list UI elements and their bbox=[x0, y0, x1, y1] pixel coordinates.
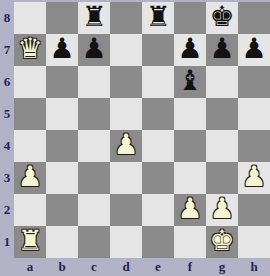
square-e2[interactable] bbox=[142, 194, 174, 226]
black-pawn: ♟ bbox=[209, 35, 234, 63]
square-f6[interactable]: ♝ bbox=[174, 66, 206, 98]
square-d2[interactable] bbox=[110, 194, 142, 226]
square-e7[interactable] bbox=[142, 34, 174, 66]
rank-label-8: 8 bbox=[0, 2, 14, 34]
square-h5[interactable] bbox=[238, 98, 270, 130]
white-pawn: ♟ bbox=[209, 195, 234, 223]
black-pawn: ♟ bbox=[241, 35, 266, 63]
square-h1[interactable] bbox=[238, 226, 270, 258]
rank-label-7: 7 bbox=[0, 34, 14, 66]
white-pawn: ♟ bbox=[113, 131, 138, 159]
square-c5[interactable] bbox=[78, 98, 110, 130]
square-d4[interactable]: ♟ bbox=[110, 130, 142, 162]
square-a3[interactable]: ♟ bbox=[14, 162, 46, 194]
square-b1[interactable] bbox=[46, 226, 78, 258]
square-g4[interactable] bbox=[206, 130, 238, 162]
file-label-f: f bbox=[174, 257, 206, 276]
rank-label-2: 2 bbox=[0, 194, 14, 226]
square-g5[interactable] bbox=[206, 98, 238, 130]
square-e5[interactable] bbox=[142, 98, 174, 130]
file-label-c: c bbox=[78, 257, 110, 276]
square-e1[interactable] bbox=[142, 226, 174, 258]
square-a2[interactable] bbox=[14, 194, 46, 226]
square-g2[interactable]: ♟ bbox=[206, 194, 238, 226]
square-f5[interactable] bbox=[174, 98, 206, 130]
square-f1[interactable] bbox=[174, 226, 206, 258]
square-e6[interactable] bbox=[142, 66, 174, 98]
square-a8[interactable] bbox=[14, 2, 46, 34]
square-f8[interactable] bbox=[174, 2, 206, 34]
rank-label-6: 6 bbox=[0, 66, 14, 98]
white-rook: ♜ bbox=[17, 227, 42, 255]
square-d8[interactable] bbox=[110, 2, 142, 34]
square-c3[interactable] bbox=[78, 162, 110, 194]
square-b2[interactable] bbox=[46, 194, 78, 226]
square-f2[interactable]: ♟ bbox=[174, 194, 206, 226]
black-pawn: ♟ bbox=[177, 35, 202, 63]
square-d5[interactable] bbox=[110, 98, 142, 130]
rank-label-3: 3 bbox=[0, 162, 14, 194]
chess-diagram: 8 7 6 5 4 3 2 1 ♜♜♚♛♟♟♟♟♟♝♟♟♟♟♟♜♚ a b c … bbox=[0, 0, 270, 276]
black-king: ♚ bbox=[209, 3, 234, 31]
black-pawn: ♟ bbox=[81, 35, 106, 63]
white-queen: ♛ bbox=[17, 35, 42, 63]
rank-label-4: 4 bbox=[0, 130, 14, 162]
square-g3[interactable] bbox=[206, 162, 238, 194]
square-h4[interactable] bbox=[238, 130, 270, 162]
rank-label-1: 1 bbox=[0, 226, 14, 258]
square-d3[interactable] bbox=[110, 162, 142, 194]
square-a6[interactable] bbox=[14, 66, 46, 98]
square-b7[interactable]: ♟ bbox=[46, 34, 78, 66]
square-c4[interactable] bbox=[78, 130, 110, 162]
file-label-e: e bbox=[142, 257, 174, 276]
white-king: ♚ bbox=[209, 227, 234, 255]
square-a4[interactable] bbox=[14, 130, 46, 162]
square-c1[interactable] bbox=[78, 226, 110, 258]
file-label-h: h bbox=[238, 257, 270, 276]
square-d6[interactable] bbox=[110, 66, 142, 98]
square-g1[interactable]: ♚ bbox=[206, 226, 238, 258]
square-b5[interactable] bbox=[46, 98, 78, 130]
file-label-b: b bbox=[46, 257, 78, 276]
rank-label-5: 5 bbox=[0, 98, 14, 130]
white-pawn: ♟ bbox=[241, 163, 266, 191]
square-a5[interactable] bbox=[14, 98, 46, 130]
square-g8[interactable]: ♚ bbox=[206, 2, 238, 34]
square-g7[interactable]: ♟ bbox=[206, 34, 238, 66]
square-h7[interactable]: ♟ bbox=[238, 34, 270, 66]
square-c7[interactable]: ♟ bbox=[78, 34, 110, 66]
square-d7[interactable] bbox=[110, 34, 142, 66]
square-f4[interactable] bbox=[174, 130, 206, 162]
file-labels: a b c d e f g h bbox=[14, 257, 270, 276]
square-c8[interactable]: ♜ bbox=[78, 2, 110, 34]
square-a7[interactable]: ♛ bbox=[14, 34, 46, 66]
square-e3[interactable] bbox=[142, 162, 174, 194]
square-h2[interactable] bbox=[238, 194, 270, 226]
square-b8[interactable] bbox=[46, 2, 78, 34]
square-g6[interactable] bbox=[206, 66, 238, 98]
square-b4[interactable] bbox=[46, 130, 78, 162]
file-label-d: d bbox=[110, 257, 142, 276]
square-b3[interactable] bbox=[46, 162, 78, 194]
black-rook: ♜ bbox=[81, 3, 106, 31]
square-h3[interactable]: ♟ bbox=[238, 162, 270, 194]
black-bishop: ♝ bbox=[177, 67, 202, 95]
square-a1[interactable]: ♜ bbox=[14, 226, 46, 258]
square-b6[interactable] bbox=[46, 66, 78, 98]
square-f3[interactable] bbox=[174, 162, 206, 194]
rank-labels: 8 7 6 5 4 3 2 1 bbox=[0, 2, 14, 258]
square-f7[interactable]: ♟ bbox=[174, 34, 206, 66]
black-rook: ♜ bbox=[145, 3, 170, 31]
black-pawn: ♟ bbox=[49, 35, 74, 63]
square-c2[interactable] bbox=[78, 194, 110, 226]
white-pawn: ♟ bbox=[177, 195, 202, 223]
square-d1[interactable] bbox=[110, 226, 142, 258]
square-e8[interactable]: ♜ bbox=[142, 2, 174, 34]
square-e4[interactable] bbox=[142, 130, 174, 162]
white-pawn: ♟ bbox=[17, 163, 42, 191]
chess-board: ♜♜♚♛♟♟♟♟♟♝♟♟♟♟♟♜♚ bbox=[14, 2, 270, 258]
square-h8[interactable] bbox=[238, 2, 270, 34]
square-c6[interactable] bbox=[78, 66, 110, 98]
square-h6[interactable] bbox=[238, 66, 270, 98]
file-label-a: a bbox=[14, 257, 46, 276]
file-label-g: g bbox=[206, 257, 238, 276]
